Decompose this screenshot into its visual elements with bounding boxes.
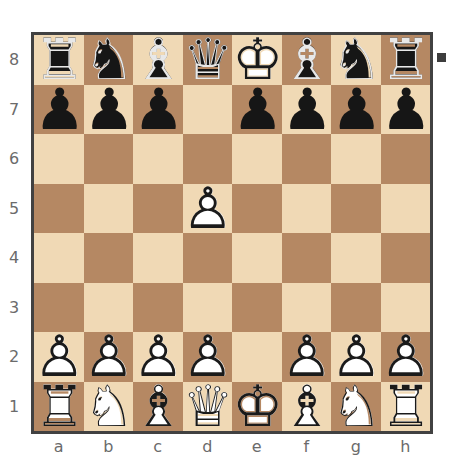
square-g4[interactable]: [331, 233, 381, 283]
square-f4[interactable]: [282, 233, 332, 283]
square-c6[interactable]: [133, 134, 183, 184]
white-bishop-outline: ♗: [133, 382, 183, 432]
square-b2[interactable]: ♟♙: [84, 332, 134, 382]
white-knight-outline: ♘: [84, 382, 134, 432]
square-h6[interactable]: [381, 134, 431, 184]
white-queen-outline: ♕: [183, 382, 233, 432]
square-h2[interactable]: ♟♙: [381, 332, 431, 382]
black-knight-outline: ♘: [84, 35, 134, 85]
white-pawn-outline: ♙: [282, 332, 332, 382]
rank-label-5: 5: [0, 184, 28, 234]
rank-label-4: 4: [0, 233, 28, 283]
square-b1[interactable]: ♞♘: [84, 382, 134, 432]
square-g2[interactable]: ♟♙: [331, 332, 381, 382]
white-rook-outline: ♖: [381, 382, 431, 432]
file-label-d: d: [183, 436, 233, 458]
square-h3[interactable]: [381, 283, 431, 333]
black-pawn[interactable]: ♟: [232, 85, 282, 135]
white-pawn-outline: ♙: [183, 184, 233, 234]
white-rook[interactable]: ♜: [381, 382, 431, 432]
square-h5[interactable]: [381, 184, 431, 234]
black-pawn[interactable]: ♟: [331, 85, 381, 135]
white-pawn[interactable]: ♟: [381, 332, 431, 382]
white-knight[interactable]: ♞: [84, 382, 134, 432]
square-d8[interactable]: ♛♕: [183, 35, 233, 85]
square-c7[interactable]: ♟: [133, 85, 183, 135]
square-d1[interactable]: ♛♕: [183, 382, 233, 432]
square-g5[interactable]: [331, 184, 381, 234]
square-f3[interactable]: [282, 283, 332, 333]
rank-label-3: 3: [0, 283, 28, 333]
square-e6[interactable]: [232, 134, 282, 184]
square-c8[interactable]: ♝♗: [133, 35, 183, 85]
black-rook[interactable]: ♜: [381, 35, 431, 85]
white-rook[interactable]: ♜: [34, 382, 84, 432]
square-d6[interactable]: [183, 134, 233, 184]
black-pawn[interactable]: ♟: [84, 85, 134, 135]
white-pawn-outline: ♙: [84, 332, 134, 382]
square-c1[interactable]: ♝♗: [133, 382, 183, 432]
white-pawn-outline: ♙: [133, 332, 183, 382]
square-b5[interactable]: [84, 184, 134, 234]
white-rook-outline: ♖: [34, 382, 84, 432]
square-g8[interactable]: ♞♘: [331, 35, 381, 85]
file-label-c: c: [133, 436, 183, 458]
square-h4[interactable]: [381, 233, 431, 283]
file-label-a: a: [34, 436, 84, 458]
square-h1[interactable]: ♜♖: [381, 382, 431, 432]
black-queen-outline: ♕: [183, 35, 233, 85]
white-pawn[interactable]: ♟: [84, 332, 134, 382]
square-f5[interactable]: [282, 184, 332, 234]
black-bishop-outline: ♗: [133, 35, 183, 85]
black-pawn[interactable]: ♟: [381, 85, 431, 135]
rank-label-8: 8: [0, 35, 28, 85]
black-king-outline: ♔: [232, 35, 282, 85]
square-d3[interactable]: [183, 283, 233, 333]
file-label-f: f: [282, 436, 332, 458]
square-e8[interactable]: ♚♔: [232, 35, 282, 85]
black-knight-outline: ♘: [331, 35, 381, 85]
black-rook[interactable]: ♜: [34, 35, 84, 85]
file-label-e: e: [232, 436, 282, 458]
square-c5[interactable]: [133, 184, 183, 234]
square-b6[interactable]: [84, 134, 134, 184]
turn-indicator: [437, 53, 446, 62]
black-queen[interactable]: ♛: [183, 35, 233, 85]
white-knight[interactable]: ♞: [331, 382, 381, 432]
square-h7[interactable]: ♟: [381, 85, 431, 135]
square-g1[interactable]: ♞♘: [331, 382, 381, 432]
square-g6[interactable]: [331, 134, 381, 184]
file-label-b: b: [84, 436, 134, 458]
black-knight[interactable]: ♞: [84, 35, 134, 85]
black-pawn[interactable]: ♟: [133, 85, 183, 135]
black-king[interactable]: ♚: [232, 35, 282, 85]
white-pawn-outline: ♙: [331, 332, 381, 382]
black-pawn[interactable]: ♟: [34, 85, 84, 135]
white-pawn-outline: ♙: [183, 332, 233, 382]
square-b3[interactable]: [84, 283, 134, 333]
square-b7[interactable]: ♟: [84, 85, 134, 135]
square-d2[interactable]: ♟♙: [183, 332, 233, 382]
file-label-g: g: [331, 436, 381, 458]
square-g3[interactable]: [331, 283, 381, 333]
square-d4[interactable]: [183, 233, 233, 283]
chess-board: ♜♖♞♘♝♗♛♕♚♔♝♗♞♘♜♖♟♟♟♟♟♟♟♟♙♟♙♟♙♟♙♟♙♟♙♟♙♟♙♜…: [31, 32, 433, 434]
square-f1[interactable]: ♝♗: [282, 382, 332, 432]
white-pawn[interactable]: ♟: [133, 332, 183, 382]
square-h8[interactable]: ♜♖: [381, 35, 431, 85]
square-f8[interactable]: ♝♗: [282, 35, 332, 85]
square-c2[interactable]: ♟♙: [133, 332, 183, 382]
square-f7[interactable]: ♟: [282, 85, 332, 135]
white-knight-outline: ♘: [331, 382, 381, 432]
square-e2[interactable]: [232, 332, 282, 382]
square-a5[interactable]: [34, 184, 84, 234]
black-bishop-outline: ♗: [282, 35, 332, 85]
white-pawn[interactable]: ♟: [34, 332, 84, 382]
white-pawn[interactable]: ♟: [183, 184, 233, 234]
square-b4[interactable]: [84, 233, 134, 283]
white-pawn-outline: ♙: [34, 332, 84, 382]
square-b8[interactable]: ♞♘: [84, 35, 134, 85]
black-rook-outline: ♖: [381, 35, 431, 85]
square-a1[interactable]: ♜♖: [34, 382, 84, 432]
square-a8[interactable]: ♜♖: [34, 35, 84, 85]
square-g7[interactable]: ♟: [331, 85, 381, 135]
square-f6[interactable]: [282, 134, 332, 184]
white-bishop-outline: ♗: [282, 382, 332, 432]
white-bishop[interactable]: ♝: [133, 382, 183, 432]
square-a4[interactable]: [34, 233, 84, 283]
white-pawn[interactable]: ♟: [183, 332, 233, 382]
file-label-h: h: [381, 436, 431, 458]
white-king[interactable]: ♚: [232, 382, 282, 432]
square-f2[interactable]: ♟♙: [282, 332, 332, 382]
square-e4[interactable]: [232, 233, 282, 283]
square-e5[interactable]: [232, 184, 282, 234]
rank-label-6: 6: [0, 134, 28, 184]
rank-label-1: 1: [0, 382, 28, 432]
white-pawn[interactable]: ♟: [331, 332, 381, 382]
rank-label-2: 2: [0, 332, 28, 382]
rank-label-7: 7: [0, 85, 28, 135]
black-rook-outline: ♖: [34, 35, 84, 85]
square-a6[interactable]: [34, 134, 84, 184]
black-pawn[interactable]: ♟: [282, 85, 332, 135]
square-c4[interactable]: [133, 233, 183, 283]
square-a3[interactable]: [34, 283, 84, 333]
square-e1[interactable]: ♚♔: [232, 382, 282, 432]
white-queen[interactable]: ♛: [183, 382, 233, 432]
white-king-outline: ♔: [232, 382, 282, 432]
black-knight[interactable]: ♞: [331, 35, 381, 85]
square-d5[interactable]: ♟♙: [183, 184, 233, 234]
square-a2[interactable]: ♟♙: [34, 332, 84, 382]
black-bishop[interactable]: ♝: [282, 35, 332, 85]
white-bishop[interactable]: ♝: [282, 382, 332, 432]
square-c3[interactable]: [133, 283, 183, 333]
square-e3[interactable]: [232, 283, 282, 333]
white-pawn[interactable]: ♟: [282, 332, 332, 382]
square-e7[interactable]: ♟: [232, 85, 282, 135]
square-a7[interactable]: ♟: [34, 85, 84, 135]
white-pawn-outline: ♙: [381, 332, 431, 382]
square-d7[interactable]: [183, 85, 233, 135]
black-bishop[interactable]: ♝: [133, 35, 183, 85]
